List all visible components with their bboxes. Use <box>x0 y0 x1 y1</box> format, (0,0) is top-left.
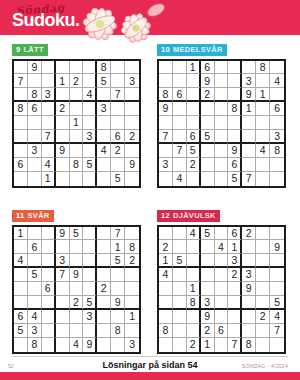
cell-r5c3 <box>187 116 201 130</box>
cell-r8c6: 5 <box>83 158 97 172</box>
cell-r9c4 <box>56 338 70 352</box>
cell-r8c8 <box>256 158 270 172</box>
cell-r4c9 <box>270 268 284 282</box>
cell-r1c1: 1 <box>14 227 28 241</box>
cell-r6c4 <box>56 130 70 144</box>
cell-r3c6 <box>83 254 97 268</box>
footer-divider <box>12 356 288 357</box>
cell-r3c2: 8 <box>28 88 42 102</box>
cell-r5c4 <box>56 282 70 296</box>
cell-r7c8: 4 <box>256 144 270 158</box>
cell-r3c5 <box>215 88 229 102</box>
cell-r4c7 <box>97 268 111 282</box>
cell-r9c7 <box>97 172 111 186</box>
cell-r5c7: 9 <box>242 282 256 296</box>
cell-r7c8: 2 <box>111 144 125 158</box>
cell-r9c8: 5 <box>111 172 125 186</box>
cell-r4c4 <box>201 102 215 116</box>
cell-r2c9: 8 <box>125 240 139 254</box>
cell-r8c6 <box>228 324 242 338</box>
cell-r7c4: 9 <box>56 144 70 158</box>
cell-r9c3: 1 <box>42 172 56 186</box>
cell-r2c9: 3 <box>125 74 139 88</box>
cell-r8c1: 8 <box>159 324 173 338</box>
cell-r8c5: 8 <box>70 158 84 172</box>
cell-r4c9 <box>125 268 139 282</box>
cell-r4c7: 3 <box>242 268 256 282</box>
cell-r9c7: 8 <box>242 338 256 352</box>
difficulty-badge-12: 12 DJÄVULSK <box>157 210 220 222</box>
cell-r8c2: 3 <box>28 324 42 338</box>
cell-r7c7: 4 <box>97 144 111 158</box>
cell-r2c8 <box>256 240 270 254</box>
cell-r2c8 <box>256 74 270 88</box>
cell-r5c6 <box>228 116 242 130</box>
cell-r2c7: 3 <box>242 74 256 88</box>
cell-r6c9: 2 <box>125 130 139 144</box>
cell-r1c4: 5 <box>201 227 215 241</box>
cell-r5c2 <box>28 282 42 296</box>
cell-r8c9: 9 <box>125 158 139 172</box>
cell-r5c5 <box>70 282 84 296</box>
cell-r7c4 <box>56 310 70 324</box>
cell-r9c5 <box>70 172 84 186</box>
cell-r7c9: 8 <box>270 144 284 158</box>
cell-r1c5 <box>70 61 84 75</box>
cell-r4c3 <box>42 102 56 116</box>
cell-r6c2 <box>28 296 42 310</box>
puzzle-10: 10 MEDELSVÅR 168934862919816765375948326… <box>157 38 287 188</box>
cell-r1c4 <box>56 61 70 75</box>
cell-r6c8: 6 <box>111 130 125 144</box>
cell-r5c2 <box>28 116 42 130</box>
cell-r7c8 <box>111 310 125 324</box>
cell-r4c9 <box>125 102 139 116</box>
cell-r8c9 <box>125 324 139 338</box>
cell-r6c6: 3 <box>83 130 97 144</box>
cell-r2c5: 4 <box>215 240 229 254</box>
cell-r1c5 <box>215 227 229 241</box>
cell-r7c6: 9 <box>228 144 242 158</box>
cell-r3c4 <box>56 88 70 102</box>
cell-r5c6 <box>83 282 97 296</box>
cell-r3c8: 5 <box>111 254 125 268</box>
cell-r1c7: 2 <box>242 227 256 241</box>
cell-r7c2: 4 <box>28 310 42 324</box>
cell-r2c4 <box>56 240 70 254</box>
difficulty-label: SVÅR <box>28 212 50 220</box>
cell-r8c8 <box>256 324 270 338</box>
cell-r2c4 <box>201 240 215 254</box>
cell-r7c5 <box>215 310 229 324</box>
cell-r1c9 <box>125 61 139 75</box>
cell-r6c3: 7 <box>42 130 56 144</box>
cell-r4c3 <box>187 268 201 282</box>
cell-r4c1 <box>14 268 28 282</box>
cell-r7c2: 3 <box>28 144 42 158</box>
cell-r4c6 <box>83 268 97 282</box>
cell-r3c9 <box>125 88 139 102</box>
cell-r7c7 <box>242 310 256 324</box>
sudoku-grid-12: 456224191534231983592482672178 <box>157 225 286 354</box>
cell-r1c3 <box>42 61 56 75</box>
cell-r2c2 <box>173 74 187 88</box>
cell-r5c9 <box>270 116 284 130</box>
cell-r6c2 <box>173 296 187 310</box>
cell-r2c8 <box>111 74 125 88</box>
cell-r5c7: 2 <box>97 282 111 296</box>
cell-r7c3 <box>187 310 201 324</box>
cell-r9c9 <box>270 172 284 186</box>
cell-r3c8 <box>256 254 270 268</box>
cell-r1c1 <box>14 61 28 75</box>
cell-r6c5 <box>70 130 84 144</box>
cell-r4c5 <box>215 102 229 116</box>
cell-r3c7: 9 <box>242 88 256 102</box>
puzzle-number: 12 <box>161 212 170 220</box>
cell-r8c8 <box>111 158 125 172</box>
cell-r5c3: 1 <box>187 282 201 296</box>
cell-r7c5 <box>70 144 84 158</box>
cell-r3c6: 3 <box>228 254 242 268</box>
cell-r3c7 <box>97 88 111 102</box>
cell-r4c4: 2 <box>56 102 70 116</box>
cell-r2c1: 7 <box>14 74 28 88</box>
cell-r5c8 <box>111 116 125 130</box>
cell-r6c1: 7 <box>159 130 173 144</box>
cell-r2c3 <box>42 240 56 254</box>
sudoku-grid-10: 168934862919816765375948326457 <box>157 59 286 188</box>
cell-r6c5 <box>215 296 229 310</box>
cell-r4c2 <box>173 268 187 282</box>
cell-r4c2 <box>173 102 187 116</box>
cell-r7c2 <box>173 310 187 324</box>
cell-r4c8 <box>111 102 125 116</box>
cell-r5c1 <box>159 282 173 296</box>
cell-r7c8: 2 <box>256 310 270 324</box>
cell-r3c9 <box>270 254 284 268</box>
cell-r9c2: 8 <box>28 338 42 352</box>
cell-r6c5: 2 <box>70 296 84 310</box>
cell-r5c7 <box>97 116 111 130</box>
cell-r3c8: 7 <box>111 88 125 102</box>
cell-r6c1 <box>159 296 173 310</box>
cell-r8c5: 6 <box>215 324 229 338</box>
cell-r5c5 <box>215 282 229 296</box>
cell-r3c1 <box>14 88 28 102</box>
cell-r4c6: 2 <box>228 268 242 282</box>
cell-r4c2: 5 <box>28 268 42 282</box>
cell-r2c6 <box>228 74 242 88</box>
cell-r5c2 <box>173 282 187 296</box>
cell-r8c3: 4 <box>42 158 56 172</box>
cell-r8c7 <box>242 158 256 172</box>
cell-r1c7 <box>97 227 111 241</box>
cell-r3c3 <box>42 254 56 268</box>
cell-r9c5 <box>215 172 229 186</box>
cell-r4c7: 3 <box>97 102 111 116</box>
cell-r2c3 <box>42 74 56 88</box>
cell-r9c8 <box>256 172 270 186</box>
cell-r9c3 <box>187 172 201 186</box>
cell-r3c1: 4 <box>14 254 28 268</box>
cell-r1c8 <box>111 61 125 75</box>
cell-r1c8: 8 <box>256 61 270 75</box>
cell-r3c7 <box>242 254 256 268</box>
cell-r1c6: 6 <box>228 227 242 241</box>
cell-r2c9: 9 <box>270 240 284 254</box>
cell-r6c9: 5 <box>270 296 284 310</box>
cell-r5c6 <box>83 116 97 130</box>
cell-r2c4: 1 <box>56 74 70 88</box>
difficulty-label: LÄTT <box>23 46 43 54</box>
cell-r1c2: 9 <box>28 61 42 75</box>
cell-r6c3: 6 <box>187 130 201 144</box>
cell-r8c5 <box>70 324 84 338</box>
cell-r8c4 <box>56 158 70 172</box>
cell-r8c6: 6 <box>228 158 242 172</box>
cell-r7c5 <box>215 144 229 158</box>
cell-r1c6 <box>83 61 97 75</box>
cell-r6c7 <box>97 130 111 144</box>
cell-r6c1 <box>14 130 28 144</box>
cell-r9c1 <box>14 172 28 186</box>
cell-r7c3 <box>42 310 56 324</box>
cell-r1c7 <box>242 61 256 75</box>
cell-r4c6: 8 <box>228 102 242 116</box>
cell-r5c8 <box>256 116 270 130</box>
cell-r4c5 <box>215 268 229 282</box>
puzzle-11: 11 SVÅR 195761843525796225964315388493 <box>12 204 142 354</box>
cell-r3c4: 3 <box>56 254 70 268</box>
cell-r7c9 <box>125 144 139 158</box>
cell-r1c5: 5 <box>70 227 84 241</box>
cell-r1c1 <box>159 61 173 75</box>
cell-r1c5 <box>215 61 229 75</box>
cell-r2c1 <box>14 240 28 254</box>
cell-r2c2: 6 <box>28 240 42 254</box>
puzzle-9: 9 LÄTT 9871253834786231736239426485915 <box>12 38 142 188</box>
cell-r3c3 <box>187 254 201 268</box>
cell-r1c3: 1 <box>187 61 201 75</box>
cell-r9c4: 1 <box>201 338 215 352</box>
cell-r4c5 <box>70 102 84 116</box>
sudoku-grid-11: 195761843525796225964315388493 <box>12 225 141 354</box>
cell-r2c2 <box>28 74 42 88</box>
cell-r1c1 <box>159 227 173 241</box>
cell-r5c8 <box>111 282 125 296</box>
cell-r6c7 <box>97 296 111 310</box>
cell-r5c3: 6 <box>42 282 56 296</box>
cell-r6c3 <box>42 296 56 310</box>
newspaper-sudoku-page: Söndag Sudoku. <box>0 0 300 380</box>
cell-r3c4 <box>201 254 215 268</box>
cell-r4c9: 6 <box>270 102 284 116</box>
cell-r9c1 <box>159 172 173 186</box>
cell-r6c4 <box>56 296 70 310</box>
cell-r8c4: 2 <box>201 324 215 338</box>
cell-r7c5 <box>70 310 84 324</box>
cell-r6c1 <box>14 296 28 310</box>
cell-r2c3 <box>187 74 201 88</box>
cell-r8c9 <box>270 158 284 172</box>
cell-r9c8 <box>256 338 270 352</box>
cell-r1c3: 4 <box>187 227 201 241</box>
cell-r7c6 <box>83 144 97 158</box>
cell-r2c5 <box>70 240 84 254</box>
difficulty-label: DJÄVULSK <box>173 212 216 220</box>
cell-r7c9: 1 <box>125 310 139 324</box>
cell-r2c1: 2 <box>159 240 173 254</box>
cell-r2c5 <box>215 74 229 88</box>
cell-r2c6: 1 <box>228 240 242 254</box>
cell-r7c3: 5 <box>187 144 201 158</box>
cell-r5c2 <box>173 116 187 130</box>
cell-r8c7 <box>97 158 111 172</box>
cell-r3c7 <box>97 254 111 268</box>
cell-r5c4 <box>56 116 70 130</box>
cell-r4c5: 9 <box>70 268 84 282</box>
cell-r5c3 <box>42 116 56 130</box>
cell-r4c4 <box>201 268 215 282</box>
puzzle-number: 9 <box>16 46 20 54</box>
cell-r6c8 <box>256 130 270 144</box>
cell-r9c7: 7 <box>242 172 256 186</box>
cell-r1c2 <box>173 227 187 241</box>
cell-r2c3 <box>187 240 201 254</box>
cell-r2c1 <box>159 74 173 88</box>
cell-r9c3: 2 <box>187 338 201 352</box>
cell-r8c2 <box>173 158 187 172</box>
cell-r5c5: 1 <box>70 116 84 130</box>
cell-r1c4: 9 <box>56 227 70 241</box>
cell-r3c2: 5 <box>173 254 187 268</box>
cell-r6c6 <box>228 296 242 310</box>
cell-r4c6 <box>83 102 97 116</box>
cell-r1c9 <box>270 227 284 241</box>
cell-r1c2 <box>173 61 187 75</box>
cell-r3c1: 8 <box>159 88 173 102</box>
cell-r6c3: 8 <box>187 296 201 310</box>
cell-r7c6: 3 <box>83 310 97 324</box>
amaryllis-flower-image <box>64 0 168 58</box>
cell-r4c8 <box>111 268 125 282</box>
cell-r9c6: 9 <box>83 338 97 352</box>
cell-r6c6 <box>228 130 242 144</box>
cell-r1c8 <box>256 227 270 241</box>
cell-r7c3 <box>42 144 56 158</box>
page-number: 52 <box>8 363 14 369</box>
cell-r9c6: 7 <box>228 338 242 352</box>
cell-r9c5: 4 <box>70 338 84 352</box>
cell-r8c3: 2 <box>187 158 201 172</box>
cell-r2c7: 5 <box>97 74 111 88</box>
cell-r1c4: 6 <box>201 61 215 75</box>
cell-r1c9 <box>125 227 139 241</box>
cell-r3c3: 3 <box>42 88 56 102</box>
cell-r1c3 <box>42 227 56 241</box>
cell-r2c7 <box>242 240 256 254</box>
cell-r1c2 <box>28 227 42 241</box>
cell-r5c9 <box>270 282 284 296</box>
cell-r5c9 <box>125 282 139 296</box>
cell-r8c2 <box>28 158 42 172</box>
cell-r9c4 <box>201 172 215 186</box>
cell-r8c9: 7 <box>270 324 284 338</box>
cell-r1c8: 7 <box>111 227 125 241</box>
difficulty-badge-9: 9 LÄTT <box>12 44 48 56</box>
cell-r8c1: 5 <box>14 324 28 338</box>
cell-r9c8 <box>111 338 125 352</box>
cell-r3c4: 2 <box>201 88 215 102</box>
cell-r7c1 <box>159 310 173 324</box>
cell-r6c8 <box>256 296 270 310</box>
cell-r8c4 <box>56 324 70 338</box>
cell-r5c4 <box>201 116 215 130</box>
cell-r9c2: 4 <box>173 172 187 186</box>
cell-r9c5 <box>215 338 229 352</box>
cell-r5c9 <box>125 116 139 130</box>
cell-r5c7 <box>242 116 256 130</box>
cell-r2c6 <box>83 74 97 88</box>
cell-r6c7 <box>242 296 256 310</box>
cell-r3c5 <box>215 254 229 268</box>
cell-r9c6 <box>83 172 97 186</box>
difficulty-badge-11: 11 SVÅR <box>12 210 54 222</box>
cell-r5c6 <box>228 282 242 296</box>
cell-r8c8: 8 <box>111 324 125 338</box>
cell-r8c6 <box>83 324 97 338</box>
cell-r7c1 <box>159 144 173 158</box>
cell-r3c1: 1 <box>159 254 173 268</box>
cell-r3c2 <box>28 254 42 268</box>
cell-r7c1: 6 <box>14 310 28 324</box>
cell-r2c4: 9 <box>201 74 215 88</box>
difficulty-label: MEDELSVÅR <box>173 46 223 54</box>
cell-r4c3 <box>187 102 201 116</box>
cell-r2c7 <box>97 240 111 254</box>
cell-r2c6 <box>83 240 97 254</box>
cell-r6c7 <box>242 130 256 144</box>
cell-r5c4 <box>201 282 215 296</box>
cell-r9c2 <box>173 338 187 352</box>
cell-r4c7: 1 <box>242 102 256 116</box>
cell-r9c1 <box>14 338 28 352</box>
cell-r9c4 <box>56 172 70 186</box>
cell-r6c5 <box>215 130 229 144</box>
cell-r4c1: 8 <box>14 102 28 116</box>
cell-r3c9 <box>270 88 284 102</box>
cell-r1c6 <box>228 61 242 75</box>
cell-r6c4: 5 <box>201 130 215 144</box>
cell-r2c8: 1 <box>111 240 125 254</box>
cell-r1c7: 8 <box>97 61 111 75</box>
cell-r8c1: 6 <box>14 158 28 172</box>
cell-r9c3 <box>42 338 56 352</box>
cell-r8c7 <box>242 324 256 338</box>
cell-r7c4 <box>201 144 215 158</box>
cell-r7c1 <box>14 144 28 158</box>
cell-r9c9 <box>125 172 139 186</box>
cell-r7c7 <box>97 310 111 324</box>
cell-r3c3 <box>187 88 201 102</box>
cell-r9c7 <box>97 338 111 352</box>
cell-r6c9: 3 <box>270 130 284 144</box>
cell-r5c1 <box>159 116 173 130</box>
cell-r9c6: 5 <box>228 172 242 186</box>
cell-r9c9 <box>270 338 284 352</box>
cell-r9c9: 3 <box>125 338 139 352</box>
